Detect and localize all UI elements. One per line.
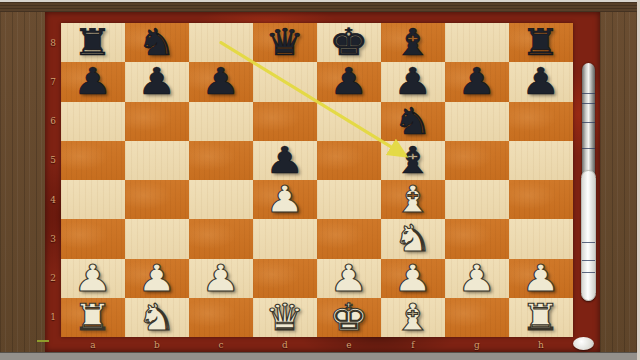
square-a8[interactable]: ♜ <box>61 23 125 62</box>
square-d7[interactable] <box>253 62 317 101</box>
piece-white-bishop-f4[interactable]: ♝ <box>393 181 432 218</box>
piece-white-rook-a1[interactable]: ♜ <box>73 299 112 336</box>
square-d3[interactable] <box>253 219 317 258</box>
rank-label-8: 8 <box>45 23 61 62</box>
square-h8[interactable]: ♜ <box>509 23 573 62</box>
square-e4[interactable] <box>317 180 381 219</box>
square-h4[interactable] <box>509 180 573 219</box>
square-h3[interactable] <box>509 219 573 258</box>
chess-board: ♜♞♛♚♝♜♟♟♟♟♟♟♟♞♟♝♟♝♞♟♟♟♟♟♟♟♜♞♛♚♝♜ <box>61 23 573 337</box>
square-c2[interactable]: ♟ <box>189 259 253 298</box>
square-a6[interactable] <box>61 102 125 141</box>
square-g1[interactable] <box>445 298 509 337</box>
piece-white-knight-f3[interactable]: ♞ <box>393 220 432 257</box>
file-label-d: d <box>253 338 317 351</box>
file-label-e: e <box>317 338 381 351</box>
square-d8[interactable]: ♛ <box>253 23 317 62</box>
bottom-left-indicator <box>37 340 49 342</box>
square-a1[interactable]: ♜ <box>61 298 125 337</box>
rank-label-5: 5 <box>45 141 61 180</box>
piece-white-pawn-f2[interactable]: ♟ <box>393 260 432 297</box>
rank-label-6: 6 <box>45 102 61 141</box>
piece-white-king-e1[interactable]: ♚ <box>329 299 368 336</box>
square-f1[interactable]: ♝ <box>381 298 445 337</box>
piece-black-pawn-c7[interactable]: ♟ <box>201 63 240 100</box>
piece-white-queen-d1[interactable]: ♛ <box>265 299 304 336</box>
square-f6[interactable]: ♞ <box>381 102 445 141</box>
square-a7[interactable]: ♟ <box>61 62 125 101</box>
piece-black-pawn-e7[interactable]: ♟ <box>329 63 368 100</box>
file-label-g: g <box>445 338 509 351</box>
square-h2[interactable]: ♟ <box>509 259 573 298</box>
square-c6[interactable] <box>189 102 253 141</box>
piece-black-knight-b8[interactable]: ♞ <box>137 24 176 61</box>
piece-white-pawn-a2[interactable]: ♟ <box>73 260 112 297</box>
move-scrollbar-thumb[interactable] <box>581 170 596 301</box>
file-label-c: c <box>189 338 253 351</box>
chess-app-window: 87654321 abcdefgh ♜♞♛♚♝♜♟♟♟♟♟♟♟♞♟♝♟♝♞♟♟♟… <box>0 0 640 360</box>
square-h1[interactable]: ♜ <box>509 298 573 337</box>
square-g4[interactable] <box>445 180 509 219</box>
piece-black-bishop-f5[interactable]: ♝ <box>393 142 432 179</box>
square-c1[interactable] <box>189 298 253 337</box>
rank-label-7: 7 <box>45 62 61 101</box>
piece-black-rook-a8[interactable]: ♜ <box>73 24 112 61</box>
square-c7[interactable]: ♟ <box>189 62 253 101</box>
piece-white-bishop-f1[interactable]: ♝ <box>393 299 432 336</box>
square-c3[interactable] <box>189 219 253 258</box>
square-d6[interactable] <box>253 102 317 141</box>
file-labels: abcdefgh <box>61 338 573 351</box>
square-e1[interactable]: ♚ <box>317 298 381 337</box>
square-f2[interactable]: ♟ <box>381 259 445 298</box>
piece-black-pawn-d5[interactable]: ♟ <box>265 142 304 179</box>
square-a5[interactable] <box>61 141 125 180</box>
square-a3[interactable] <box>61 219 125 258</box>
square-a4[interactable] <box>61 180 125 219</box>
window-edge-top <box>0 0 640 2</box>
piece-black-pawn-b7[interactable]: ♟ <box>137 63 176 100</box>
square-h7[interactable]: ♟ <box>509 62 573 101</box>
piece-white-rook-h1[interactable]: ♜ <box>521 299 560 336</box>
square-g6[interactable] <box>445 102 509 141</box>
square-f4[interactable]: ♝ <box>381 180 445 219</box>
square-g7[interactable]: ♟ <box>445 62 509 101</box>
square-d4[interactable]: ♟ <box>253 180 317 219</box>
square-c8[interactable] <box>189 23 253 62</box>
file-label-b: b <box>125 338 189 351</box>
square-c5[interactable] <box>189 141 253 180</box>
piece-black-pawn-g7[interactable]: ♟ <box>457 63 496 100</box>
square-f3[interactable]: ♞ <box>381 219 445 258</box>
file-label-h: h <box>509 338 573 351</box>
square-b6[interactable] <box>125 102 189 141</box>
square-f7[interactable]: ♟ <box>381 62 445 101</box>
square-b3[interactable] <box>125 219 189 258</box>
rank-label-4: 4 <box>45 180 61 219</box>
piece-white-pawn-b2[interactable]: ♟ <box>137 260 176 297</box>
piece-black-pawn-h7[interactable]: ♟ <box>521 63 560 100</box>
wood-border-top <box>0 2 640 12</box>
piece-white-pawn-c2[interactable]: ♟ <box>201 260 240 297</box>
square-e6[interactable] <box>317 102 381 141</box>
square-h6[interactable] <box>509 102 573 141</box>
window-edge-bottom <box>0 352 640 360</box>
square-g8[interactable] <box>445 23 509 62</box>
square-c4[interactable] <box>189 180 253 219</box>
piece-black-rook-h8[interactable]: ♜ <box>521 24 560 61</box>
square-f8[interactable]: ♝ <box>381 23 445 62</box>
bottom-right-oval-button[interactable] <box>573 337 594 350</box>
piece-white-pawn-e2[interactable]: ♟ <box>329 260 368 297</box>
piece-white-pawn-d4[interactable]: ♟ <box>265 181 304 218</box>
piece-black-knight-f6[interactable]: ♞ <box>393 103 432 140</box>
square-e3[interactable] <box>317 219 381 258</box>
square-e2[interactable]: ♟ <box>317 259 381 298</box>
square-h5[interactable] <box>509 141 573 180</box>
square-b7[interactable]: ♟ <box>125 62 189 101</box>
square-b5[interactable] <box>125 141 189 180</box>
file-label-f: f <box>381 338 445 351</box>
piece-black-pawn-f7[interactable]: ♟ <box>393 63 432 100</box>
square-g3[interactable] <box>445 219 509 258</box>
square-e5[interactable] <box>317 141 381 180</box>
square-b8[interactable]: ♞ <box>125 23 189 62</box>
square-e8[interactable]: ♚ <box>317 23 381 62</box>
piece-black-pawn-a7[interactable]: ♟ <box>73 63 112 100</box>
rank-labels: 87654321 <box>45 23 61 337</box>
square-e7[interactable]: ♟ <box>317 62 381 101</box>
square-d1[interactable]: ♛ <box>253 298 317 337</box>
piece-white-knight-b1[interactable]: ♞ <box>137 299 176 336</box>
rank-label-2: 2 <box>45 259 61 298</box>
square-g5[interactable] <box>445 141 509 180</box>
square-b2[interactable]: ♟ <box>125 259 189 298</box>
square-g2[interactable]: ♟ <box>445 259 509 298</box>
rank-label-3: 3 <box>45 219 61 258</box>
square-b1[interactable]: ♞ <box>125 298 189 337</box>
square-a2[interactable]: ♟ <box>61 259 125 298</box>
file-label-a: a <box>61 338 125 351</box>
square-b4[interactable] <box>125 180 189 219</box>
square-d5[interactable]: ♟ <box>253 141 317 180</box>
square-d2[interactable] <box>253 259 317 298</box>
rank-label-1: 1 <box>45 298 61 337</box>
piece-black-bishop-f8[interactable]: ♝ <box>393 24 432 61</box>
square-f5[interactable]: ♝ <box>381 141 445 180</box>
piece-black-king-e8[interactable]: ♚ <box>329 24 368 61</box>
piece-white-pawn-g2[interactable]: ♟ <box>457 260 496 297</box>
piece-white-pawn-h2[interactable]: ♟ <box>521 260 560 297</box>
piece-black-queen-d8[interactable]: ♛ <box>265 24 304 61</box>
